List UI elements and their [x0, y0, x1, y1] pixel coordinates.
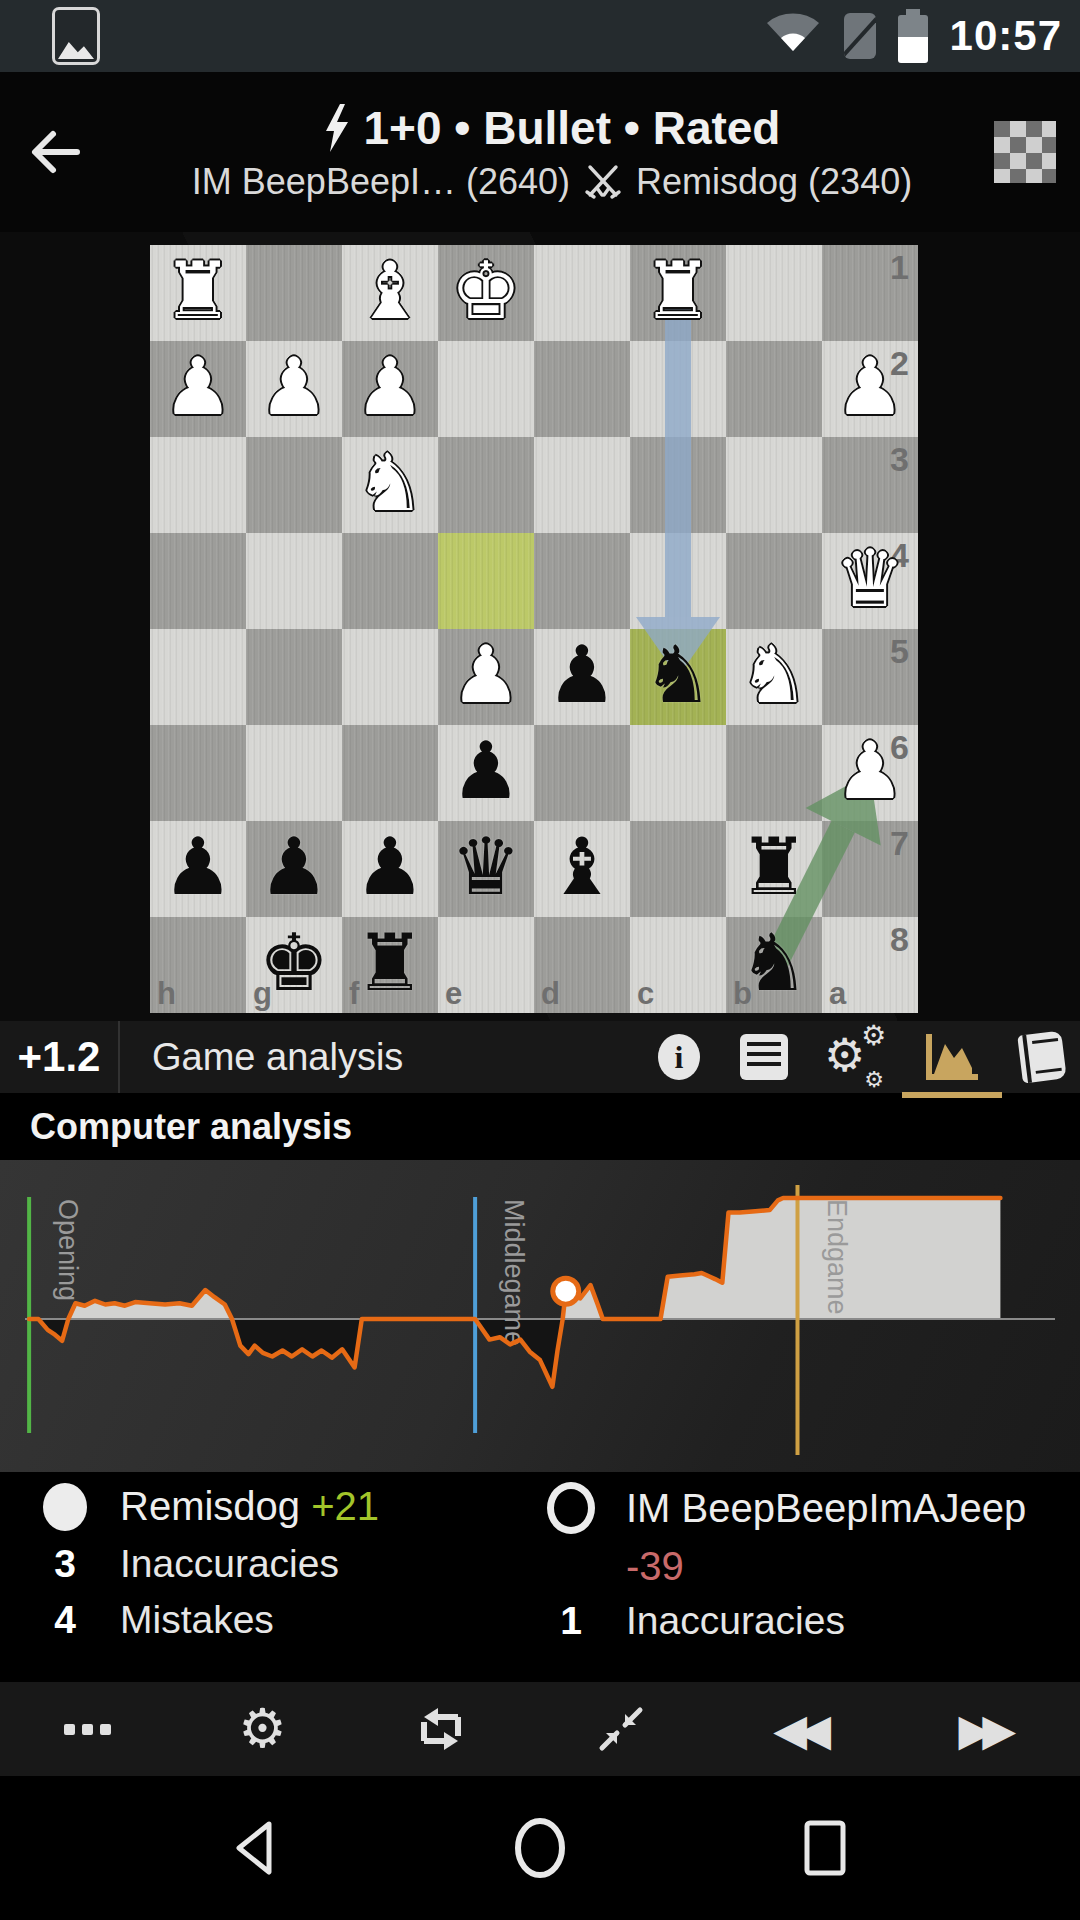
square-c8[interactable]: c: [630, 917, 726, 1013]
square-h3[interactable]: [150, 437, 246, 533]
engine-eval: +1.2: [0, 1021, 120, 1093]
square-e3[interactable]: [438, 437, 534, 533]
white-rating-change: +21: [311, 1484, 379, 1528]
white-pawn-g2[interactable]: ♟: [246, 341, 342, 437]
square-d2[interactable]: [534, 341, 630, 437]
square-d6[interactable]: [534, 725, 630, 821]
square-b1[interactable]: [726, 245, 822, 341]
file-label-h: h: [157, 976, 176, 1012]
advantage-chart[interactable]: OpeningMiddlegameEndgame: [0, 1160, 1080, 1472]
square-d1[interactable]: [534, 245, 630, 341]
player-right: Remisdog (2340): [636, 161, 912, 203]
white-pawn-f2[interactable]: ♟: [342, 341, 438, 437]
white-pawn-a6[interactable]: ♟: [822, 725, 918, 821]
white-king-e1[interactable]: ♚: [438, 245, 534, 341]
collapse-icon[interactable]: [596, 1704, 646, 1754]
svg-text:Opening: Opening: [53, 1199, 83, 1301]
black-rook-f8[interactable]: ♜: [342, 917, 438, 1013]
square-e8[interactable]: e: [438, 917, 534, 1013]
stat-label: Mistakes: [120, 1598, 496, 1642]
square-d4[interactable]: [534, 533, 630, 629]
file-label-d: d: [541, 976, 560, 1012]
info-icon[interactable]: i: [658, 1034, 700, 1080]
black-side-icon: [547, 1482, 595, 1534]
lightning-bolt-icon: [324, 104, 350, 152]
status-bar: 10:57: [0, 0, 1080, 72]
square-b4[interactable]: [726, 533, 822, 629]
black-rating-change: -39: [626, 1544, 1026, 1589]
recents-square-icon[interactable]: [801, 1818, 849, 1878]
rank-label-8: 8: [890, 920, 909, 959]
square-b2[interactable]: [726, 341, 822, 437]
black-pawn-f7[interactable]: ♟: [342, 821, 438, 917]
square-d8[interactable]: d: [534, 917, 630, 1013]
square-d3[interactable]: [534, 437, 630, 533]
stat-count: 4: [36, 1598, 94, 1642]
battery-icon: [898, 15, 928, 63]
app-header: 1+0 • Bullet • Rated IM BeepBeepI… (2640…: [0, 72, 1080, 232]
white-pawn-e5[interactable]: ♟: [438, 629, 534, 725]
white-player-summary: Remisdog +21 3 Inaccuracies 4 Mistakes: [36, 1482, 496, 1643]
black-king-g8[interactable]: ♚: [246, 917, 342, 1013]
analysis-bar-title: Game analysis: [152, 1036, 403, 1079]
square-g6[interactable]: [246, 725, 342, 821]
square-c3[interactable]: [630, 437, 726, 533]
crossed-swords-icon: [584, 163, 622, 201]
white-pawn-h2[interactable]: ♟: [150, 341, 246, 437]
analysis-chart-svg: OpeningMiddlegameEndgame: [25, 1185, 1055, 1455]
square-h4[interactable]: [150, 533, 246, 629]
back-button[interactable]: [0, 126, 110, 178]
analysis-toolbar: ⚙ ◀◀ ▶▶: [0, 1682, 1080, 1776]
square-g1[interactable]: [246, 245, 342, 341]
black-player-name: IM BeepBeepImAJeep: [626, 1486, 1026, 1531]
stat-count: 3: [36, 1542, 94, 1586]
square-h5[interactable]: [150, 629, 246, 725]
square-f5[interactable]: [342, 629, 438, 725]
black-player-summary: IM BeepBeepImAJeep -39 1 Inaccuracies: [542, 1482, 1022, 1643]
white-side-icon: [43, 1483, 87, 1531]
square-a5[interactable]: 5: [822, 629, 918, 725]
white-player-name: Remisdog: [120, 1484, 300, 1528]
file-label-a: a: [829, 976, 846, 1012]
square-c7[interactable]: [630, 821, 726, 917]
square-a8[interactable]: a8: [822, 917, 918, 1013]
white-rook-c1[interactable]: ♜: [630, 245, 726, 341]
square-h6[interactable]: [150, 725, 246, 821]
black-bishop-d7[interactable]: ♝: [534, 821, 630, 917]
black-pawn-h7[interactable]: ♟: [150, 821, 246, 917]
square-g5[interactable]: [246, 629, 342, 725]
screenshot-thumbnail-icon: [52, 7, 100, 65]
stat-label: Inaccuracies: [626, 1599, 1026, 1643]
current-move-dot[interactable]: [553, 1278, 579, 1304]
square-c4[interactable]: [630, 533, 726, 629]
square-e2[interactable]: [438, 341, 534, 437]
file-label-c: c: [637, 976, 654, 1012]
fast-forward-icon[interactable]: ▶▶: [959, 1704, 1017, 1755]
square-e4[interactable]: [438, 533, 534, 629]
rank-label-3: 3: [890, 440, 909, 479]
square-a7[interactable]: 7: [822, 821, 918, 917]
white-knight-f3[interactable]: ♞: [342, 437, 438, 533]
rank-label-5: 5: [890, 632, 909, 671]
black-pawn-e6[interactable]: ♟: [438, 725, 534, 821]
rank-label-1: 1: [890, 248, 909, 287]
square-c6[interactable]: [630, 725, 726, 821]
computer-analysis-heading: Computer analysis: [30, 1106, 352, 1148]
square-a3[interactable]: 3: [822, 437, 918, 533]
checkered-board-icon[interactable]: [994, 121, 1056, 183]
move-list-icon[interactable]: [740, 1034, 788, 1080]
black-knight-b8[interactable]: ♞: [726, 917, 822, 1013]
chess-board[interactable]: 1234567hgfedcba8 ♜♝♚♜♟♟♟♟♞♛♟♟♞♞♟♟♟♟♟♛♝♜♚…: [150, 245, 918, 1013]
square-g3[interactable]: [246, 437, 342, 533]
fast-backward-icon[interactable]: ◀◀: [773, 1704, 831, 1755]
black-knight-c5[interactable]: ♞: [630, 629, 726, 725]
no-sim-icon: [844, 13, 876, 59]
arrow-left-icon: [27, 126, 83, 178]
square-b3[interactable]: [726, 437, 822, 533]
opening-book-icon[interactable]: [1017, 1030, 1067, 1083]
analysis-action-bar: +1.2 Game analysis i ⚙ ⚙ ⚙: [0, 1021, 1080, 1093]
white-bishop-f1[interactable]: ♝: [342, 245, 438, 341]
white-knight-b5[interactable]: ♞: [726, 629, 822, 725]
white-queen-a4[interactable]: ♛: [822, 533, 918, 629]
black-queen-e7[interactable]: ♛: [438, 821, 534, 917]
game-title: 1+0 • Bullet • Rated: [364, 101, 781, 155]
status-clock: 10:57: [950, 12, 1062, 60]
svg-text:Endgame: Endgame: [822, 1199, 852, 1315]
back-triangle-icon[interactable]: [231, 1819, 279, 1877]
analysis-summary: Remisdog +21 3 Inaccuracies 4 Mistakes I…: [0, 1482, 1080, 1643]
engine-settings-icon[interactable]: ⚙ ⚙ ⚙: [828, 1031, 884, 1083]
wifi-icon: [764, 11, 822, 61]
flip-board-icon[interactable]: [414, 1702, 468, 1756]
square-g4[interactable]: [246, 533, 342, 629]
square-b6[interactable]: [726, 725, 822, 821]
svg-text:Middlegame: Middlegame: [499, 1199, 529, 1346]
analysis-chart-icon: [924, 1032, 980, 1082]
white-rook-h1[interactable]: ♜: [150, 245, 246, 341]
white-pawn-a2[interactable]: ♟: [822, 341, 918, 437]
home-circle-icon[interactable]: [511, 1817, 569, 1879]
square-f6[interactable]: [342, 725, 438, 821]
black-rook-b7[interactable]: ♜: [726, 821, 822, 917]
square-a1[interactable]: 1: [822, 245, 918, 341]
rank-label-7: 7: [890, 824, 909, 863]
active-tab-underline: [902, 1092, 1002, 1098]
player-left: IM BeepBeepI… (2640): [192, 161, 570, 203]
black-pawn-g7[interactable]: ♟: [246, 821, 342, 917]
menu-dots-icon[interactable]: [64, 1724, 111, 1735]
file-label-e: e: [445, 976, 462, 1012]
settings-gear-icon[interactable]: ⚙: [238, 1702, 286, 1756]
square-h8[interactable]: h: [150, 917, 246, 1013]
square-f4[interactable]: [342, 533, 438, 629]
stat-count: 1: [542, 1599, 600, 1643]
square-c2[interactable]: [630, 341, 726, 437]
android-nav-bar: [0, 1776, 1080, 1920]
analysis-chart-tab[interactable]: [924, 1032, 980, 1082]
black-pawn-d5[interactable]: ♟: [534, 629, 630, 725]
stat-label: Inaccuracies: [120, 1542, 496, 1586]
